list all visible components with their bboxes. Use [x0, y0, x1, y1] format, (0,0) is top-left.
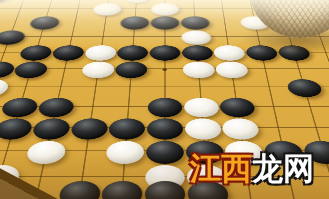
white-stone — [184, 98, 220, 117]
white-stone — [25, 141, 68, 164]
white-stone — [215, 62, 249, 79]
watermark: 江西龙网 — [190, 152, 314, 186]
black-stone — [0, 118, 34, 139]
black-stone — [219, 98, 256, 117]
white-stone — [221, 118, 260, 139]
watermark-part2: 龙网 — [252, 151, 314, 186]
black-stone — [180, 16, 209, 29]
white-stone — [123, 0, 151, 3]
black-stone — [31, 118, 72, 139]
white-stone — [84, 45, 117, 60]
white-stone — [105, 141, 144, 164]
white-stone — [182, 62, 215, 79]
black-stone — [51, 45, 85, 60]
black-stone — [285, 79, 323, 97]
white-stone — [0, 79, 10, 97]
white-stone — [184, 118, 221, 139]
black-stone — [182, 45, 214, 60]
black-stone — [57, 181, 101, 199]
hoshi-point — [163, 69, 167, 71]
black-stone — [0, 30, 27, 44]
black-stone — [0, 0, 12, 3]
white-stone — [92, 3, 121, 15]
black-stone — [108, 118, 145, 139]
black-stone — [69, 118, 108, 139]
black-stone — [147, 98, 182, 117]
white-stone — [213, 45, 246, 60]
black-stone — [150, 16, 179, 29]
white-stone — [81, 62, 115, 79]
black-stone — [18, 45, 53, 60]
white-stone — [151, 3, 179, 15]
watermark-part1: 江西 — [190, 151, 252, 186]
black-stone — [146, 141, 184, 164]
black-stone — [28, 16, 60, 29]
black-stone — [149, 45, 180, 60]
white-stone — [181, 30, 212, 44]
black-stone — [12, 62, 49, 79]
black-stone — [120, 16, 149, 29]
black-stone — [0, 98, 40, 117]
black-stone — [115, 62, 148, 79]
black-stone — [0, 62, 16, 79]
go-board-photo: 江西龙网 — [0, 0, 329, 199]
black-stone — [117, 45, 149, 60]
black-stone — [36, 98, 75, 117]
black-stone — [101, 181, 143, 199]
black-stone — [147, 118, 184, 139]
